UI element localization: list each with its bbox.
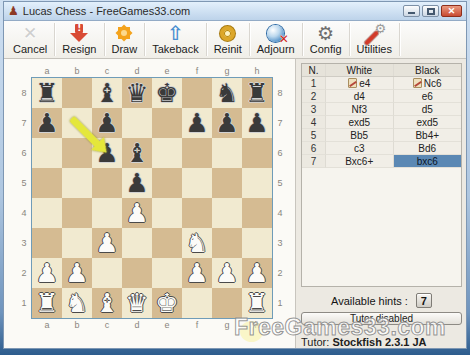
square-a5[interactable] <box>32 168 62 198</box>
title-bar: ♟ Lucas Chess - FreeGames33.com ✕ <box>4 2 466 21</box>
rank-labels-left: 87654321 <box>17 77 31 319</box>
square-e4[interactable] <box>152 198 182 228</box>
square-g7[interactable]: ♟ <box>212 108 242 138</box>
move-number-1: 1 <box>302 77 326 90</box>
chess-board[interactable]: ♜♝♛♚♞♜♟♟♟♟♟♟♝♟♟♟♞♟♟♟♟♟♜♞♝♛♚♜ <box>31 77 273 319</box>
move-row-3: 3Nf3d5 <box>302 103 461 116</box>
cancel-icon: ✕ <box>18 23 42 43</box>
square-f4[interactable] <box>182 198 212 228</box>
rank-label-5: 5 <box>17 168 31 198</box>
rank-label-1: 1 <box>17 288 31 318</box>
toolbar-button-label: Adjourn <box>257 43 295 55</box>
move-3-white[interactable]: Nf3 <box>326 103 394 116</box>
square-f3[interactable]: ♞ <box>182 228 212 258</box>
square-e7[interactable] <box>152 108 182 138</box>
move-6-black[interactable]: Bd6 <box>394 142 462 155</box>
square-a7[interactable]: ♟ <box>32 108 62 138</box>
square-c8[interactable]: ♝ <box>92 78 122 108</box>
rank-label-2: 2 <box>17 258 31 288</box>
square-b2[interactable]: ♟ <box>62 258 92 288</box>
white-queen-d1[interactable]: ♛ <box>125 288 148 318</box>
black-rook-h8[interactable]: ♜ <box>245 78 268 108</box>
white-knight-f3[interactable]: ♞ <box>185 228 208 258</box>
rank-label-3: 3 <box>17 228 31 258</box>
minimize-button[interactable] <box>403 5 420 17</box>
resign-button[interactable]: !Resign <box>55 21 103 58</box>
square-g4[interactable] <box>212 198 242 228</box>
square-e6[interactable] <box>152 138 182 168</box>
square-e1[interactable]: ♚ <box>152 288 182 318</box>
minimize-icon <box>408 12 415 14</box>
file-labels-bottom: abcdefgh <box>31 319 273 331</box>
file-label-e: e <box>152 65 182 77</box>
square-e8[interactable]: ♚ <box>152 78 182 108</box>
white-pawn-g2[interactable]: ♟ <box>215 258 238 288</box>
square-c5[interactable] <box>92 168 122 198</box>
utilities-button[interactable]: ⚙Utilities <box>350 21 399 58</box>
close-button[interactable]: ✕ <box>441 5 462 17</box>
move-row-1: 1e4Nc6 <box>302 77 461 90</box>
square-e5[interactable] <box>152 168 182 198</box>
white-pawn-f2[interactable]: ♟ <box>185 258 208 288</box>
move-7-white[interactable]: Bxc6+ <box>326 155 394 168</box>
move-number-4: 4 <box>302 116 326 129</box>
move-1-black[interactable]: Nc6 <box>394 77 462 90</box>
square-b6[interactable] <box>62 138 92 168</box>
toolbar-separator <box>399 23 400 56</box>
move-2-black[interactable]: e6 <box>394 90 462 103</box>
square-b4[interactable] <box>62 198 92 228</box>
app-window-frame: ♟ Lucas Chess - FreeGames33.com ✕ ✕Cance… <box>0 0 470 355</box>
rank-label-8: 8 <box>17 78 31 108</box>
white-pawn-h2[interactable]: ♟ <box>245 258 268 288</box>
rank-label-3: 3 <box>273 228 287 258</box>
square-b3[interactable] <box>62 228 92 258</box>
toolbar-button-label: Config <box>310 43 342 55</box>
config-button[interactable]: ⚙Config <box>303 21 349 58</box>
square-h3[interactable] <box>242 228 272 258</box>
black-pawn-a7[interactable]: ♟ <box>35 108 58 138</box>
file-label-h: h <box>242 319 272 331</box>
move-number-6: 6 <box>302 142 326 155</box>
reinit-icon <box>216 23 240 43</box>
draw-icon <box>112 23 136 43</box>
move-4-black[interactable]: exd5 <box>394 116 462 129</box>
hints-row: Available hints : 7 <box>301 293 462 308</box>
header-white: White <box>326 64 394 76</box>
file-label-a: a <box>32 65 62 77</box>
black-pawn-h7[interactable]: ♟ <box>245 108 268 138</box>
toolbar-button-label: Draw <box>112 43 138 55</box>
move-number-5: 5 <box>302 129 326 142</box>
square-d3[interactable] <box>122 228 152 258</box>
maximize-icon <box>427 8 435 15</box>
file-label-c: c <box>92 319 122 331</box>
config-icon: ⚙ <box>314 23 338 43</box>
move-3-black[interactable]: d5 <box>394 103 462 116</box>
square-g8[interactable]: ♞ <box>212 78 242 108</box>
rank-label-5: 5 <box>273 168 287 198</box>
black-bishop-c8[interactable]: ♝ <box>95 78 118 108</box>
file-label-d: d <box>122 319 152 331</box>
app-pawn-icon: ♟ <box>8 5 19 17</box>
black-pawn-d5[interactable]: ♟ <box>125 168 148 198</box>
move-list-header: N. White Black <box>302 64 461 77</box>
square-d4[interactable]: ♟ <box>122 198 152 228</box>
rank-labels-right: 87654321 <box>273 77 287 319</box>
white-pawn-b2[interactable]: ♟ <box>65 258 88 288</box>
square-e3[interactable] <box>152 228 182 258</box>
square-d1[interactable]: ♛ <box>122 288 152 318</box>
black-bishop-d6[interactable]: ♝ <box>125 138 148 168</box>
toolbar-button-label: Utilities <box>357 43 392 55</box>
tutor-engine-line: Tutor: Stockfish 2.3.1 JA <box>301 336 462 348</box>
maximize-button[interactable] <box>422 5 439 17</box>
square-a3[interactable] <box>32 228 62 258</box>
square-d6[interactable]: ♝ <box>122 138 152 168</box>
adjourn-button[interactable]: ✕Adjourn <box>250 21 302 58</box>
move-number-3: 3 <box>302 103 326 116</box>
toolbar-button-label: Cancel <box>13 43 47 55</box>
move-number-7: 7 <box>302 155 326 168</box>
rank-label-2: 2 <box>273 258 287 288</box>
move-row-4: 4exd5exd5 <box>302 116 461 129</box>
move-row-2: 2d4e6 <box>302 90 461 103</box>
adjourn-icon: ✕ <box>264 23 288 43</box>
move-4-white[interactable]: exd5 <box>326 116 394 129</box>
file-label-d: d <box>122 65 152 77</box>
square-a2[interactable]: ♟ <box>32 258 62 288</box>
square-h1[interactable]: ♜ <box>242 288 272 318</box>
black-queen-d8[interactable]: ♛ <box>125 78 148 108</box>
square-f6[interactable] <box>182 138 212 168</box>
square-h5[interactable] <box>242 168 272 198</box>
square-c7[interactable]: ♟ <box>92 108 122 138</box>
square-g3[interactable] <box>212 228 242 258</box>
square-g5[interactable] <box>212 168 242 198</box>
square-a1[interactable]: ♜ <box>32 288 62 318</box>
move-7-black[interactable]: bxc6 <box>394 155 462 168</box>
move-row-5: 5Bb5Bb4+ <box>302 129 461 142</box>
white-rook-h1[interactable]: ♜ <box>245 288 268 318</box>
white-king-e1[interactable]: ♚ <box>155 288 178 318</box>
takeback-button[interactable]: ⇧Takeback <box>145 21 205 58</box>
rank-label-7: 7 <box>273 108 287 138</box>
square-e2[interactable] <box>152 258 182 288</box>
square-a6[interactable] <box>32 138 62 168</box>
move-1-white[interactable]: e4 <box>326 77 394 90</box>
square-h4[interactable] <box>242 198 272 228</box>
toolbar-button-label: Resign <box>62 43 96 55</box>
square-a4[interactable] <box>32 198 62 228</box>
file-label-b: b <box>62 319 92 331</box>
square-b5[interactable] <box>62 168 92 198</box>
square-c1[interactable]: ♝ <box>92 288 122 318</box>
file-label-c: c <box>92 65 122 77</box>
move-2-white[interactable]: d4 <box>326 90 394 103</box>
header-black: Black <box>394 64 462 76</box>
square-f8[interactable] <box>182 78 212 108</box>
square-f1[interactable] <box>182 288 212 318</box>
file-label-e: e <box>152 319 182 331</box>
file-label-f: f <box>182 319 212 331</box>
utilities-icon: ⚙ <box>362 23 386 43</box>
tutor-engine-name: Stockfish 2.3.1 JA <box>332 336 426 348</box>
resign-icon: ! <box>67 23 91 43</box>
file-label-g: g <box>212 319 242 331</box>
file-label-h: h <box>242 65 272 77</box>
move-5-white[interactable]: Bb5 <box>326 129 394 142</box>
tutor-label: Tutor: <box>301 336 329 348</box>
toolbar-button-label: Reinit <box>214 43 242 55</box>
black-knight-g8[interactable]: ♞ <box>215 78 238 108</box>
black-rook-a8[interactable]: ♜ <box>35 78 58 108</box>
black-pawn-f7[interactable]: ♟ <box>185 108 208 138</box>
board-panel: abcdefgh 87654321 ♜♝♛♚♞♜♟♟♟♟♟♟♝♟♟♟♞♟♟♟♟♟… <box>4 59 296 348</box>
white-pawn-a2[interactable]: ♟ <box>35 258 58 288</box>
cancel-button[interactable]: ✕Cancel <box>6 21 54 58</box>
black-pawn-c7[interactable]: ♟ <box>95 108 118 138</box>
rank-label-6: 6 <box>17 138 31 168</box>
square-d7[interactable] <box>122 108 152 138</box>
white-pawn-c3[interactable]: ♟ <box>95 228 118 258</box>
move-row-7: 7Bxc6+bxc6 <box>302 155 461 168</box>
annotation-note-icon <box>348 78 357 88</box>
square-f5[interactable] <box>182 168 212 198</box>
square-h7[interactable]: ♟ <box>242 108 272 138</box>
tutor-disabled-button[interactable]: Tutor disabled <box>301 312 462 325</box>
side-panel: N. White Black 1e4Nc62d4e63Nf3d54exd5exd… <box>296 59 466 348</box>
black-pawn-g7[interactable]: ♟ <box>215 108 238 138</box>
draw-button[interactable]: Draw <box>105 21 145 58</box>
square-a8[interactable]: ♜ <box>32 78 62 108</box>
square-d8[interactable]: ♛ <box>122 78 152 108</box>
opponent-engine-label: Tarrasch Toy Engine Beta V0.905 <box>301 333 462 335</box>
white-bishop-c1[interactable]: ♝ <box>95 288 118 318</box>
white-pawn-d4[interactable]: ♟ <box>125 198 148 228</box>
rank-label-8: 8 <box>273 78 287 108</box>
move-row-6: 6c3Bd6 <box>302 142 461 155</box>
square-c2[interactable] <box>92 258 122 288</box>
file-labels-top: abcdefgh <box>31 65 273 77</box>
reinit-button[interactable]: Reinit <box>207 21 249 58</box>
square-g1[interactable] <box>212 288 242 318</box>
white-knight-b1[interactable]: ♞ <box>65 288 88 318</box>
available-hints-label: Available hints : <box>331 295 408 307</box>
file-label-a: a <box>32 319 62 331</box>
white-rook-a1[interactable]: ♜ <box>35 288 58 318</box>
close-icon: ✕ <box>448 7 456 16</box>
rank-label-4: 4 <box>273 198 287 228</box>
move-6-white[interactable]: c3 <box>326 142 394 155</box>
square-f7[interactable]: ♟ <box>182 108 212 138</box>
rank-label-6: 6 <box>273 138 287 168</box>
file-label-b: b <box>62 65 92 77</box>
square-h2[interactable]: ♟ <box>242 258 272 288</box>
square-c3[interactable]: ♟ <box>92 228 122 258</box>
square-h6[interactable] <box>242 138 272 168</box>
rank-label-1: 1 <box>273 288 287 318</box>
rank-label-4: 4 <box>17 198 31 228</box>
move-list-table: N. White Black 1e4Nc62d4e63Nf3d54exd5exd… <box>301 63 462 287</box>
black-king-e8[interactable]: ♚ <box>155 78 178 108</box>
header-move-number: N. <box>302 64 326 76</box>
toolbar: ✕Cancel!ResignDraw⇧TakebackReinit✕Adjour… <box>4 21 466 59</box>
window-title: Lucas Chess - FreeGames33.com <box>23 5 403 17</box>
annotation-note-icon <box>413 78 422 88</box>
square-g2[interactable]: ♟ <box>212 258 242 288</box>
square-g6[interactable] <box>212 138 242 168</box>
rank-label-7: 7 <box>17 108 31 138</box>
file-label-g: g <box>212 65 242 77</box>
square-b8[interactable] <box>62 78 92 108</box>
hints-count-badge[interactable]: 7 <box>416 293 432 308</box>
square-b1[interactable]: ♞ <box>62 288 92 318</box>
square-d5[interactable]: ♟ <box>122 168 152 198</box>
square-d2[interactable] <box>122 258 152 288</box>
square-c4[interactable] <box>92 198 122 228</box>
square-h8[interactable]: ♜ <box>242 78 272 108</box>
file-label-f: f <box>182 65 212 77</box>
square-f2[interactable]: ♟ <box>182 258 212 288</box>
move-number-2: 2 <box>302 90 326 103</box>
takeback-icon: ⇧ <box>163 23 187 43</box>
move-5-black[interactable]: Bb4+ <box>394 129 462 142</box>
